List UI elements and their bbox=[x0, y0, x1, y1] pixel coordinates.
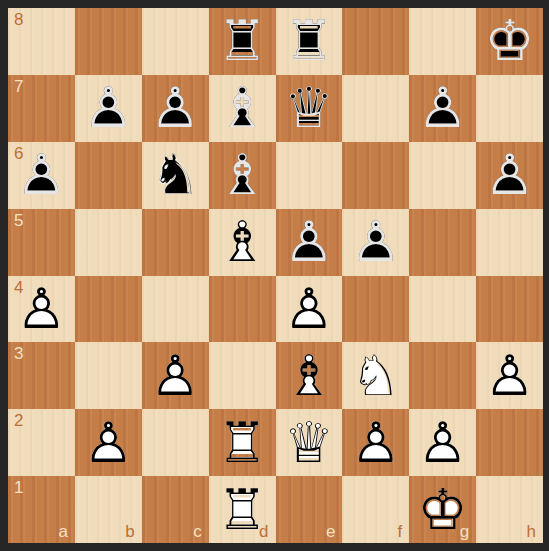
piece-glyph-fill: ♟ bbox=[142, 342, 209, 409]
square-h7[interactable] bbox=[476, 75, 543, 142]
piece-glyph-outline: ♙ bbox=[75, 409, 142, 476]
white-pawn-piece[interactable]: ♟♙ bbox=[276, 276, 343, 343]
square-f2[interactable]: ♟♙ bbox=[342, 409, 409, 476]
piece-glyph-outline: ♙ bbox=[8, 142, 75, 209]
square-b7[interactable]: ♟♙ bbox=[75, 75, 142, 142]
black-queen-piece[interactable]: ♛♕ bbox=[276, 75, 343, 142]
file-label-h: h bbox=[527, 522, 536, 542]
square-h2[interactable] bbox=[476, 409, 543, 476]
black-king-piece[interactable]: ♚♔ bbox=[476, 8, 543, 75]
white-knight-piece[interactable]: ♞♘ bbox=[342, 342, 409, 409]
piece-glyph-fill: ♟ bbox=[476, 142, 543, 209]
piece-glyph-fill: ♜ bbox=[276, 8, 343, 75]
square-f8[interactable] bbox=[342, 8, 409, 75]
square-e3[interactable]: ♝♗ bbox=[276, 342, 343, 409]
square-e2[interactable]: ♛♕ bbox=[276, 409, 343, 476]
piece-glyph-fill: ♞ bbox=[342, 342, 409, 409]
square-h8[interactable]: ♚♔ bbox=[476, 8, 543, 75]
piece-glyph-outline: ♕ bbox=[276, 75, 343, 142]
white-rook-piece[interactable]: ♜♖ bbox=[209, 409, 276, 476]
square-h4[interactable] bbox=[476, 276, 543, 343]
square-h3[interactable]: ♟♙ bbox=[476, 342, 543, 409]
chess-board: 8♜♖♜♖♚♔7♟♙♟♙♝♗♛♕♟♙♟♙6♞♘♝♗♟♙5♝♗♟♙♟♙♟♙4♟♙3… bbox=[8, 8, 543, 543]
square-b3[interactable] bbox=[75, 342, 142, 409]
white-bishop-piece[interactable]: ♝♗ bbox=[276, 342, 343, 409]
square-e5[interactable]: ♟♙ bbox=[276, 209, 343, 276]
square-a2[interactable]: 2 bbox=[8, 409, 75, 476]
square-g1[interactable]: ♚♔g bbox=[409, 476, 476, 543]
black-pawn-piece[interactable]: ♟♙ bbox=[142, 75, 209, 142]
white-pawn-piece[interactable]: ♟♙ bbox=[142, 342, 209, 409]
piece-glyph-fill: ♝ bbox=[209, 142, 276, 209]
rank-label-1: 1 bbox=[14, 478, 23, 498]
square-b4[interactable] bbox=[75, 276, 142, 343]
square-a6[interactable]: ♟♙6 bbox=[8, 142, 75, 209]
white-pawn-piece[interactable]: ♟♙ bbox=[75, 409, 142, 476]
piece-glyph-fill: ♟ bbox=[276, 276, 343, 343]
piece-glyph-fill: ♛ bbox=[276, 409, 343, 476]
black-knight-piece[interactable]: ♞♘ bbox=[142, 142, 209, 209]
piece-glyph-fill: ♟ bbox=[476, 342, 543, 409]
square-a3[interactable]: 3 bbox=[8, 342, 75, 409]
square-e8[interactable]: ♜♖ bbox=[276, 8, 343, 75]
piece-glyph-fill: ♟ bbox=[8, 276, 75, 343]
square-f3[interactable]: ♞♘ bbox=[342, 342, 409, 409]
piece-glyph-outline: ♙ bbox=[476, 142, 543, 209]
square-b1[interactable]: b bbox=[75, 476, 142, 543]
piece-glyph-outline: ♗ bbox=[209, 209, 276, 276]
piece-glyph-fill: ♟ bbox=[142, 75, 209, 142]
piece-glyph-outline: ♔ bbox=[409, 476, 476, 543]
square-g4[interactable] bbox=[409, 276, 476, 343]
piece-glyph-outline: ♙ bbox=[476, 342, 543, 409]
square-e4[interactable]: ♟♙ bbox=[276, 276, 343, 343]
square-c7[interactable]: ♟♙ bbox=[142, 75, 209, 142]
square-c3[interactable]: ♟♙ bbox=[142, 342, 209, 409]
black-pawn-piece[interactable]: ♟♙ bbox=[75, 75, 142, 142]
square-c8[interactable] bbox=[142, 8, 209, 75]
piece-glyph-outline: ♘ bbox=[342, 342, 409, 409]
piece-glyph-fill: ♝ bbox=[209, 209, 276, 276]
white-pawn-piece[interactable]: ♟♙ bbox=[476, 342, 543, 409]
file-label-f: f bbox=[398, 522, 403, 542]
rank-label-3: 3 bbox=[14, 344, 23, 364]
black-pawn-piece[interactable]: ♟♙ bbox=[8, 142, 75, 209]
square-f7[interactable] bbox=[342, 75, 409, 142]
black-pawn-piece[interactable]: ♟♙ bbox=[409, 75, 476, 142]
file-label-e: e bbox=[326, 522, 335, 542]
piece-glyph-outline: ♔ bbox=[476, 8, 543, 75]
piece-glyph-fill: ♟ bbox=[75, 409, 142, 476]
square-d4[interactable] bbox=[209, 276, 276, 343]
file-label-c: c bbox=[193, 522, 202, 542]
black-bishop-piece[interactable]: ♝♗ bbox=[209, 142, 276, 209]
piece-glyph-fill: ♛ bbox=[276, 75, 343, 142]
square-g5[interactable] bbox=[409, 209, 476, 276]
white-rook-piece[interactable]: ♜♖ bbox=[209, 476, 276, 543]
piece-glyph-outline: ♙ bbox=[142, 342, 209, 409]
square-d2[interactable]: ♜♖ bbox=[209, 409, 276, 476]
rank-label-2: 2 bbox=[14, 411, 23, 431]
square-c6[interactable]: ♞♘ bbox=[142, 142, 209, 209]
piece-glyph-outline: ♙ bbox=[342, 209, 409, 276]
black-rook-piece[interactable]: ♜♖ bbox=[209, 8, 276, 75]
piece-glyph-outline: ♖ bbox=[209, 8, 276, 75]
square-g2[interactable]: ♟♙ bbox=[409, 409, 476, 476]
file-label-a: a bbox=[58, 522, 67, 542]
black-pawn-piece[interactable]: ♟♙ bbox=[476, 142, 543, 209]
square-g6[interactable] bbox=[409, 142, 476, 209]
square-b5[interactable] bbox=[75, 209, 142, 276]
square-d6[interactable]: ♝♗ bbox=[209, 142, 276, 209]
piece-glyph-outline: ♘ bbox=[142, 142, 209, 209]
square-a7[interactable]: 7 bbox=[8, 75, 75, 142]
piece-glyph-fill: ♟ bbox=[75, 75, 142, 142]
square-d8[interactable]: ♜♖ bbox=[209, 8, 276, 75]
square-h1[interactable]: h bbox=[476, 476, 543, 543]
square-a8[interactable]: 8 bbox=[8, 8, 75, 75]
white-queen-piece[interactable]: ♛♕ bbox=[276, 409, 343, 476]
black-rook-piece[interactable]: ♜♖ bbox=[276, 8, 343, 75]
square-f4[interactable] bbox=[342, 276, 409, 343]
piece-glyph-fill: ♚ bbox=[409, 476, 476, 543]
black-pawn-piece[interactable]: ♟♙ bbox=[342, 209, 409, 276]
black-pawn-piece[interactable]: ♟♙ bbox=[276, 209, 343, 276]
square-c2[interactable] bbox=[142, 409, 209, 476]
square-g7[interactable]: ♟♙ bbox=[409, 75, 476, 142]
square-c4[interactable] bbox=[142, 276, 209, 343]
piece-glyph-outline: ♙ bbox=[409, 75, 476, 142]
square-e1[interactable]: e bbox=[276, 476, 343, 543]
piece-glyph-outline: ♙ bbox=[142, 75, 209, 142]
white-king-piece[interactable]: ♚♔ bbox=[409, 476, 476, 543]
piece-glyph-outline: ♙ bbox=[8, 276, 75, 343]
piece-glyph-fill: ♜ bbox=[209, 8, 276, 75]
square-a5[interactable]: 5 bbox=[8, 209, 75, 276]
piece-glyph-fill: ♟ bbox=[276, 209, 343, 276]
piece-glyph-outline: ♗ bbox=[209, 75, 276, 142]
square-b8[interactable] bbox=[75, 8, 142, 75]
square-e6[interactable] bbox=[276, 142, 343, 209]
square-f5[interactable]: ♟♙ bbox=[342, 209, 409, 276]
rank-label-5: 5 bbox=[14, 211, 23, 231]
piece-glyph-fill: ♟ bbox=[342, 209, 409, 276]
square-f6[interactable] bbox=[342, 142, 409, 209]
square-h5[interactable] bbox=[476, 209, 543, 276]
piece-glyph-fill: ♟ bbox=[342, 409, 409, 476]
square-f1[interactable]: f bbox=[342, 476, 409, 543]
square-b6[interactable] bbox=[75, 142, 142, 209]
square-e7[interactable]: ♛♕ bbox=[276, 75, 343, 142]
piece-glyph-outline: ♙ bbox=[409, 409, 476, 476]
white-pawn-piece[interactable]: ♟♙ bbox=[342, 409, 409, 476]
square-h6[interactable]: ♟♙ bbox=[476, 142, 543, 209]
rank-label-7: 7 bbox=[14, 77, 23, 97]
piece-glyph-fill: ♜ bbox=[209, 476, 276, 543]
piece-glyph-fill: ♟ bbox=[409, 75, 476, 142]
square-c1[interactable]: c bbox=[142, 476, 209, 543]
white-pawn-piece[interactable]: ♟♙ bbox=[409, 409, 476, 476]
square-a1[interactable]: 1a bbox=[8, 476, 75, 543]
file-label-b: b bbox=[125, 522, 134, 542]
square-d7[interactable]: ♝♗ bbox=[209, 75, 276, 142]
square-d3[interactable] bbox=[209, 342, 276, 409]
piece-glyph-outline: ♖ bbox=[209, 476, 276, 543]
piece-glyph-fill: ♝ bbox=[209, 75, 276, 142]
piece-glyph-outline: ♗ bbox=[209, 142, 276, 209]
piece-glyph-outline: ♙ bbox=[75, 75, 142, 142]
piece-glyph-outline: ♗ bbox=[276, 342, 343, 409]
piece-glyph-outline: ♙ bbox=[276, 209, 343, 276]
piece-glyph-outline: ♖ bbox=[276, 8, 343, 75]
piece-glyph-fill: ♞ bbox=[142, 142, 209, 209]
square-d1[interactable]: ♜♖d bbox=[209, 476, 276, 543]
rank-label-8: 8 bbox=[14, 10, 23, 30]
piece-glyph-outline: ♙ bbox=[342, 409, 409, 476]
piece-glyph-fill: ♟ bbox=[409, 409, 476, 476]
piece-glyph-fill: ♚ bbox=[476, 8, 543, 75]
piece-glyph-fill: ♟ bbox=[8, 142, 75, 209]
piece-glyph-fill: ♝ bbox=[276, 342, 343, 409]
white-bishop-piece[interactable]: ♝♗ bbox=[209, 209, 276, 276]
white-pawn-piece[interactable]: ♟♙ bbox=[8, 276, 75, 343]
black-bishop-piece[interactable]: ♝♗ bbox=[209, 75, 276, 142]
piece-glyph-outline: ♖ bbox=[209, 409, 276, 476]
square-g3[interactable] bbox=[409, 342, 476, 409]
square-c5[interactable] bbox=[142, 209, 209, 276]
square-d5[interactable]: ♝♗ bbox=[209, 209, 276, 276]
square-b2[interactable]: ♟♙ bbox=[75, 409, 142, 476]
square-g8[interactable] bbox=[409, 8, 476, 75]
piece-glyph-outline: ♕ bbox=[276, 409, 343, 476]
piece-glyph-fill: ♜ bbox=[209, 409, 276, 476]
square-a4[interactable]: ♟♙4 bbox=[8, 276, 75, 343]
piece-glyph-outline: ♙ bbox=[276, 276, 343, 343]
